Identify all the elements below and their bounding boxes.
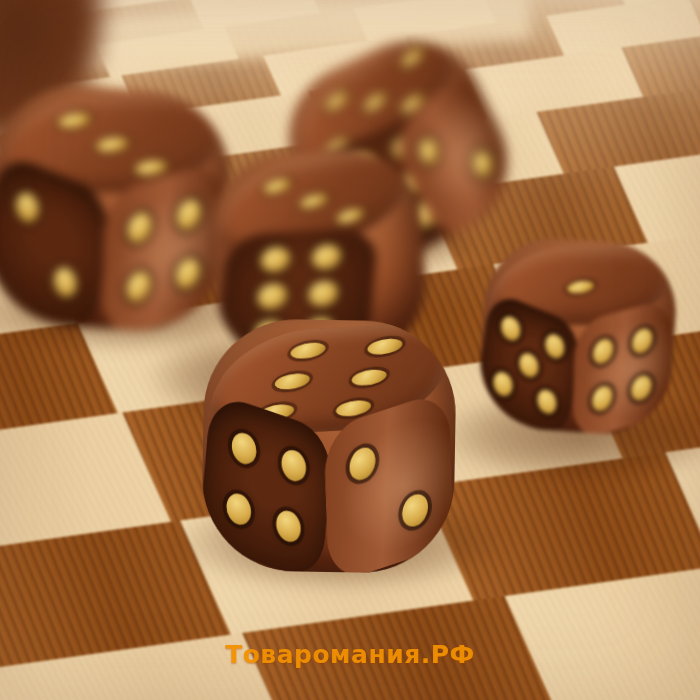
- brass-pip: [469, 146, 496, 183]
- brass-pip: [286, 342, 328, 360]
- die-middle-right: [476, 234, 681, 439]
- brass-pip: [54, 114, 95, 129]
- brass-pip: [500, 314, 522, 344]
- die-body: [0, 80, 236, 336]
- brass-pip: [130, 161, 171, 176]
- brass-pip: [632, 326, 652, 355]
- brass-pip: [333, 208, 366, 226]
- brass-pip: [363, 89, 386, 117]
- brass-pip: [14, 188, 41, 226]
- brass-pip: [564, 281, 597, 293]
- brass-pip: [92, 137, 133, 152]
- brass-pip: [271, 372, 313, 390]
- brass-pip: [259, 246, 291, 273]
- brass-pip: [415, 132, 442, 169]
- brass-pip: [256, 282, 288, 309]
- brass-pip: [363, 337, 405, 355]
- brass-pip: [226, 490, 253, 529]
- brass-pip: [260, 177, 293, 195]
- brass-pip: [350, 445, 376, 484]
- brass-pip: [492, 369, 514, 399]
- brass-pip: [400, 44, 423, 72]
- die-front-center: [201, 318, 457, 574]
- brass-pip: [593, 337, 613, 366]
- brass-pip: [126, 268, 151, 304]
- brass-pip: [231, 430, 258, 469]
- die-back-left: [0, 80, 236, 336]
- brass-pip: [592, 384, 612, 413]
- brass-pip: [175, 255, 200, 291]
- brass-pip: [326, 87, 349, 115]
- brass-pip: [544, 332, 566, 362]
- brass-pip: [296, 192, 329, 210]
- brass-pip: [127, 209, 152, 245]
- brass-pip: [348, 368, 390, 386]
- brass-pip: [311, 243, 343, 270]
- die-body: [476, 234, 681, 439]
- brass-pip: [275, 507, 302, 546]
- brass-pip: [403, 491, 429, 530]
- brass-pip: [536, 386, 558, 416]
- brass-pip: [518, 350, 540, 380]
- brass-pip: [52, 263, 79, 301]
- brass-pip: [308, 280, 340, 307]
- brass-pip: [280, 447, 307, 486]
- die-body: [201, 318, 457, 574]
- photo-canvas: Товаромания.РФ: [0, 0, 700, 700]
- brass-pip: [176, 196, 201, 232]
- brass-pip: [631, 374, 651, 403]
- watermark-text: Товаромания.РФ: [225, 640, 475, 669]
